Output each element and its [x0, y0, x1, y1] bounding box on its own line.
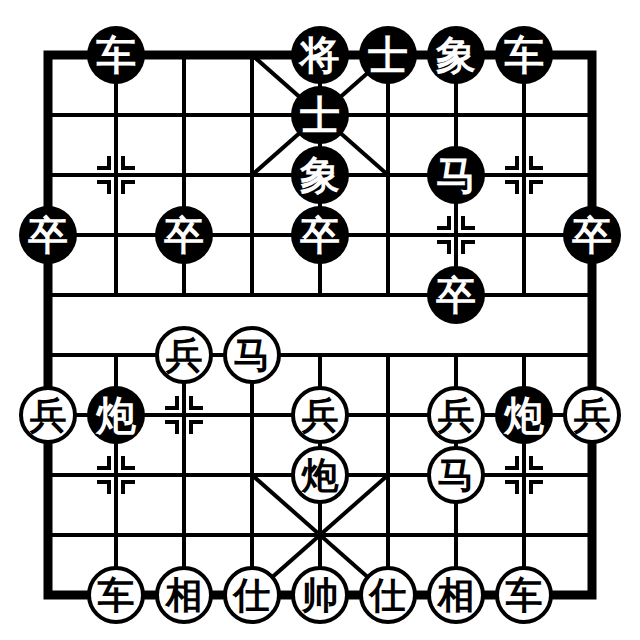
piece-black-elephant[interactable]: 象	[291, 146, 349, 204]
point-marker	[505, 456, 543, 494]
piece-black-cannon[interactable]: 炮	[87, 386, 145, 444]
piece-black-chariot[interactable]: 车	[495, 26, 553, 84]
point-marker-corner	[97, 480, 111, 494]
piece-red-soldier[interactable]: 兵	[19, 386, 77, 444]
point-marker-corner	[97, 456, 111, 470]
piece-black-general[interactable]: 将	[291, 26, 349, 84]
point-marker-corner	[505, 180, 519, 194]
point-marker	[505, 156, 543, 194]
piece-red-advisor[interactable]: 仕	[223, 566, 281, 624]
piece-red-advisor[interactable]: 仕	[359, 566, 417, 624]
piece-black-soldier[interactable]: 卒	[155, 206, 213, 264]
point-marker-corner	[505, 480, 519, 494]
piece-black-soldier[interactable]: 卒	[563, 206, 621, 264]
point-marker-corner	[165, 396, 179, 410]
piece-black-cannon[interactable]: 炮	[495, 386, 553, 444]
point-marker-corner	[97, 180, 111, 194]
point-marker-corner	[529, 480, 543, 494]
piece-black-advisor[interactable]: 士	[291, 86, 349, 144]
piece-red-soldier[interactable]: 兵	[427, 386, 485, 444]
piece-black-soldier[interactable]: 卒	[291, 206, 349, 264]
point-marker-corner	[529, 156, 543, 170]
point-marker-corner	[189, 420, 203, 434]
point-marker-corner	[121, 156, 135, 170]
piece-red-horse[interactable]: 马	[223, 326, 281, 384]
point-marker-corner	[505, 456, 519, 470]
piece-black-soldier[interactable]: 卒	[19, 206, 77, 264]
piece-red-soldier[interactable]: 兵	[291, 386, 349, 444]
point-marker-corner	[461, 240, 475, 254]
point-marker-corner	[97, 156, 111, 170]
piece-red-chariot[interactable]: 车	[495, 566, 553, 624]
point-marker	[165, 396, 203, 434]
point-marker-corner	[461, 216, 475, 230]
point-marker-corner	[165, 420, 179, 434]
point-marker-corner	[121, 456, 135, 470]
point-marker-corner	[529, 180, 543, 194]
point-marker-corner	[529, 456, 543, 470]
point-marker	[437, 216, 475, 254]
point-marker-corner	[121, 480, 135, 494]
piece-red-soldier[interactable]: 兵	[155, 326, 213, 384]
point-marker-corner	[437, 216, 451, 230]
piece-black-advisor[interactable]: 士	[359, 26, 417, 84]
piece-red-general[interactable]: 帅	[291, 566, 349, 624]
point-marker	[97, 156, 135, 194]
point-marker-corner	[121, 180, 135, 194]
piece-red-elephant[interactable]: 相	[155, 566, 213, 624]
piece-black-horse[interactable]: 马	[427, 146, 485, 204]
piece-red-chariot[interactable]: 车	[87, 566, 145, 624]
piece-red-elephant[interactable]: 相	[427, 566, 485, 624]
piece-black-elephant[interactable]: 象	[427, 26, 485, 84]
piece-red-cannon[interactable]: 炮	[291, 446, 349, 504]
piece-red-soldier[interactable]: 兵	[563, 386, 621, 444]
point-marker-corner	[437, 240, 451, 254]
point-marker-corner	[505, 156, 519, 170]
point-marker-corner	[189, 396, 203, 410]
piece-black-chariot[interactable]: 车	[87, 26, 145, 84]
piece-black-soldier[interactable]: 卒	[427, 266, 485, 324]
xiangqi-board: 车将士象车士象马卒卒卒卒卒炮炮兵马兵兵兵兵炮马车相仕帅仕相车	[0, 0, 640, 640]
point-marker	[97, 456, 135, 494]
piece-red-horse[interactable]: 马	[427, 446, 485, 504]
